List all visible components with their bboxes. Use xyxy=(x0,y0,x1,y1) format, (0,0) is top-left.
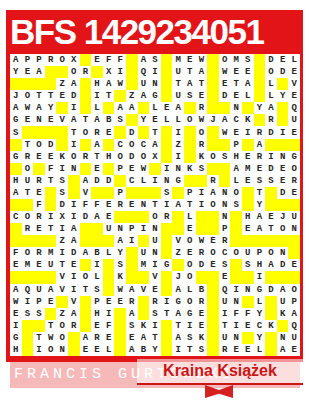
letter-cell: E xyxy=(242,223,254,235)
blank-cell xyxy=(288,235,300,247)
blank-cell xyxy=(277,235,289,247)
letter-cell: L xyxy=(91,271,103,283)
letter-cell: E xyxy=(91,320,103,332)
letter-cell: O xyxy=(22,211,34,223)
letter-cell: G xyxy=(10,114,22,126)
blank-cell xyxy=(219,139,231,151)
letter-cell: O xyxy=(33,139,45,151)
letter-cell: S xyxy=(219,259,231,271)
letter-cell: D xyxy=(277,187,289,199)
letter-cell: D xyxy=(68,90,80,102)
letter-cell: O xyxy=(22,247,34,259)
letter-cell: K xyxy=(196,332,208,344)
letter-cell: I xyxy=(68,199,80,211)
letter-cell: V xyxy=(288,78,300,90)
letter-cell: S xyxy=(126,320,138,332)
blank-cell xyxy=(103,187,115,199)
letter-cell: M xyxy=(172,54,184,66)
letter-cell: O xyxy=(230,247,242,259)
letter-cell: A xyxy=(126,344,138,356)
letter-cell: E xyxy=(33,187,45,199)
letter-cell: D xyxy=(68,247,80,259)
blank-cell xyxy=(254,114,266,126)
letter-cell: E xyxy=(288,187,300,199)
blank-cell xyxy=(126,187,138,199)
letter-cell: V xyxy=(80,187,92,199)
letter-cell: S xyxy=(161,187,173,199)
letter-cell: P xyxy=(184,187,196,199)
letter-cell: R xyxy=(196,296,208,308)
letter-cell: X xyxy=(149,151,161,163)
blank-cell xyxy=(265,235,277,247)
letter-cell: Z xyxy=(172,139,184,151)
letter-cell: E xyxy=(126,332,138,344)
blank-cell xyxy=(33,78,45,90)
letter-cell: F xyxy=(103,320,115,332)
letter-cell: T xyxy=(161,308,173,320)
letter-cell: I xyxy=(242,126,254,138)
letter-cell: S xyxy=(230,199,242,211)
letter-cell: A xyxy=(172,284,184,296)
letter-cell: I xyxy=(161,199,173,211)
letter-cell: E xyxy=(10,259,22,271)
blank-cell xyxy=(207,211,219,223)
blank-cell xyxy=(265,187,277,199)
blank-cell xyxy=(161,271,173,283)
letter-cell: L xyxy=(254,344,266,356)
blank-cell xyxy=(277,139,289,151)
letter-cell: L xyxy=(149,102,161,114)
blank-cell xyxy=(56,126,68,138)
blank-cell xyxy=(80,235,92,247)
blank-cell xyxy=(114,175,126,187)
letter-cell: L xyxy=(103,247,115,259)
letter-cell: I xyxy=(68,102,80,114)
letter-cell: H xyxy=(230,151,242,163)
blank-cell xyxy=(45,271,57,283)
letter-cell: E xyxy=(265,211,277,223)
blank-cell xyxy=(45,308,57,320)
letter-cell: N xyxy=(230,102,242,114)
letter-cell: M xyxy=(22,259,34,271)
letter-cell: E xyxy=(126,163,138,175)
blank-cell xyxy=(172,211,184,223)
blank-cell xyxy=(254,66,266,78)
letter-cell: T xyxy=(45,223,57,235)
letter-cell: O xyxy=(277,223,289,235)
letter-cell: A xyxy=(172,102,184,114)
letter-cell: S xyxy=(91,284,103,296)
blank-cell xyxy=(277,271,289,283)
letter-cell: N xyxy=(33,114,45,126)
blank-cell xyxy=(126,247,138,259)
blank-cell xyxy=(207,284,219,296)
letter-cell: S xyxy=(196,163,208,175)
letter-cell: E xyxy=(149,114,161,126)
letter-cell: Y xyxy=(254,332,266,344)
blank-cell xyxy=(33,235,45,247)
letter-cell: E xyxy=(45,296,57,308)
blank-cell xyxy=(114,211,126,223)
letter-cell: T xyxy=(45,175,57,187)
letter-cell: S xyxy=(184,90,196,102)
letter-cell: O xyxy=(68,66,80,78)
blank-cell xyxy=(219,175,231,187)
letter-cell: E xyxy=(184,54,196,66)
letter-cell: N xyxy=(230,332,242,344)
letter-cell: D xyxy=(91,175,103,187)
letter-cell: Y xyxy=(45,102,57,114)
blank-cell xyxy=(230,271,242,283)
letter-cell: A xyxy=(126,284,138,296)
letter-cell: U xyxy=(288,114,300,126)
letter-cell: I xyxy=(103,308,115,320)
blank-cell xyxy=(254,90,266,102)
blank-cell xyxy=(103,102,115,114)
letter-cell: R xyxy=(22,151,34,163)
letter-cell: U xyxy=(288,332,300,344)
letter-cell: N xyxy=(288,223,300,235)
letter-cell: A xyxy=(254,223,266,235)
blank-cell xyxy=(80,163,92,175)
letter-cell: S xyxy=(219,151,231,163)
blank-cell xyxy=(230,235,242,247)
letter-cell: E xyxy=(45,114,57,126)
letter-cell: X xyxy=(103,66,115,78)
letter-cell: R xyxy=(33,175,45,187)
letter-cell: D xyxy=(277,259,289,271)
letter-cell: I xyxy=(56,223,68,235)
blank-cell xyxy=(242,139,254,151)
blank-cell xyxy=(265,308,277,320)
blank-cell xyxy=(161,247,173,259)
letter-cell: E xyxy=(161,102,173,114)
letter-cell: I xyxy=(230,284,242,296)
letter-cell: T xyxy=(68,126,80,138)
letter-cell: D xyxy=(45,139,57,151)
blank-cell xyxy=(196,223,208,235)
blank-cell xyxy=(161,284,173,296)
letter-cell: T xyxy=(149,332,161,344)
blank-cell xyxy=(68,344,80,356)
blank-cell xyxy=(161,235,173,247)
letter-cell: S xyxy=(114,259,126,271)
letter-cell: L xyxy=(265,78,277,90)
letter-cell: Q xyxy=(22,284,34,296)
letter-cell: R xyxy=(149,296,161,308)
letter-cell: R xyxy=(33,211,45,223)
letter-cell: O xyxy=(184,114,196,126)
letter-cell: T xyxy=(254,187,266,199)
blank-cell xyxy=(265,344,277,356)
letter-cell: C xyxy=(230,114,242,126)
letter-cell: A xyxy=(265,102,277,114)
letter-cell: P xyxy=(230,139,242,151)
letter-cell: Q xyxy=(288,102,300,114)
blank-cell xyxy=(80,78,92,90)
letter-cell: L xyxy=(172,114,184,126)
letter-cell: G xyxy=(149,90,161,102)
letter-cell: K xyxy=(242,114,254,126)
letter-cell: E xyxy=(288,126,300,138)
blank-cell xyxy=(207,54,219,66)
blank-cell xyxy=(114,308,126,320)
letter-cell: E xyxy=(242,66,254,78)
letter-cell: R xyxy=(33,247,45,259)
blank-cell xyxy=(277,78,289,90)
letter-cell: Y xyxy=(10,66,22,78)
letter-cell: N xyxy=(149,223,161,235)
blank-cell xyxy=(161,332,173,344)
blank-cell xyxy=(161,90,173,102)
letter-cell: E xyxy=(288,259,300,271)
letter-cell: R xyxy=(91,126,103,138)
letter-cell: T xyxy=(80,284,92,296)
letter-cell: I xyxy=(33,344,45,356)
letter-cell: O xyxy=(184,235,196,247)
letter-cell: U xyxy=(172,66,184,78)
blank-cell xyxy=(149,187,161,199)
blank-cell xyxy=(265,296,277,308)
letter-cell: E xyxy=(288,66,300,78)
letter-cell: U xyxy=(172,90,184,102)
letter-cell: L xyxy=(103,344,115,356)
blank-cell xyxy=(80,102,92,114)
letter-cell: A xyxy=(91,211,103,223)
letter-cell: R xyxy=(161,211,173,223)
letter-cell: M xyxy=(138,259,150,271)
letter-cell: W xyxy=(196,54,208,66)
letter-cell: K xyxy=(184,163,196,175)
letter-cell: U xyxy=(33,284,45,296)
letter-cell: P xyxy=(91,296,103,308)
letter-cell: D xyxy=(265,54,277,66)
blank-cell xyxy=(103,259,115,271)
blank-cell xyxy=(207,271,219,283)
letter-cell: O xyxy=(80,126,92,138)
letter-cell: I xyxy=(149,320,161,332)
letter-cell: L xyxy=(91,102,103,114)
letter-cell: Q xyxy=(288,320,300,332)
blank-cell xyxy=(172,187,184,199)
letter-cell: E xyxy=(242,151,254,163)
blank-cell xyxy=(10,199,22,211)
blank-cell xyxy=(91,66,103,78)
letter-cell: A xyxy=(138,90,150,102)
page-title: BFS 1429234051 xyxy=(10,9,303,54)
letter-cell: L xyxy=(184,211,196,223)
letter-cell: D xyxy=(219,90,231,102)
letter-cell: E xyxy=(33,223,45,235)
blank-cell xyxy=(126,54,138,66)
letter-cell: I xyxy=(114,66,126,78)
letter-cell: Q xyxy=(219,284,231,296)
blank-cell xyxy=(207,78,219,90)
blank-cell xyxy=(242,332,254,344)
letter-cell: I xyxy=(230,320,242,332)
letter-cell: J xyxy=(10,90,22,102)
blank-cell xyxy=(242,102,254,114)
letter-cell: F xyxy=(45,163,57,175)
blank-cell xyxy=(138,102,150,114)
blank-cell xyxy=(126,114,138,126)
letter-cell: I xyxy=(68,139,80,151)
letter-cell: W xyxy=(138,163,150,175)
blank-cell xyxy=(161,66,173,78)
letter-cell: J xyxy=(277,211,289,223)
blank-cell xyxy=(288,247,300,259)
blank-cell xyxy=(10,223,22,235)
blank-cell xyxy=(149,163,161,175)
letter-cell: T xyxy=(172,78,184,90)
puzzle-grid: APPROXEFFASMEWOMSDELYEAORXIQIUTAWEEODEZA… xyxy=(10,54,300,356)
letter-cell: R xyxy=(219,235,231,247)
letter-cell: S xyxy=(149,54,161,66)
letter-cell: A xyxy=(242,78,254,90)
letter-cell: W xyxy=(114,284,126,296)
blank-cell xyxy=(138,271,150,283)
letter-cell: B xyxy=(103,114,115,126)
blank-cell xyxy=(138,296,150,308)
letter-cell: W xyxy=(10,296,22,308)
letter-cell: T xyxy=(184,344,196,356)
letter-cell: E xyxy=(126,199,138,211)
letter-cell: T xyxy=(22,187,34,199)
letter-cell: R xyxy=(265,114,277,126)
blank-cell xyxy=(196,211,208,223)
blank-cell xyxy=(33,271,45,283)
letter-cell: R xyxy=(126,296,138,308)
blank-cell xyxy=(230,223,242,235)
letter-cell: I xyxy=(196,199,208,211)
letter-cell: E xyxy=(219,271,231,283)
blank-cell xyxy=(242,235,254,247)
letter-cell: Y xyxy=(254,308,266,320)
letter-cell: S xyxy=(196,344,208,356)
letter-cell: T xyxy=(219,320,231,332)
letter-cell: A xyxy=(230,163,242,175)
letter-cell: A xyxy=(207,187,219,199)
letter-cell: R xyxy=(219,344,231,356)
letter-cell: B xyxy=(91,247,103,259)
blank-cell xyxy=(114,126,126,138)
letter-cell: T xyxy=(184,199,196,211)
letter-cell: E xyxy=(230,344,242,356)
letter-cell: V xyxy=(56,284,68,296)
letter-cell: A xyxy=(10,102,22,114)
letter-cell: I xyxy=(149,259,161,271)
letter-cell: J xyxy=(172,271,184,283)
letter-cell: I xyxy=(265,151,277,163)
letter-cell: C xyxy=(126,175,138,187)
letter-cell: S xyxy=(114,114,126,126)
letter-cell: E xyxy=(230,90,242,102)
letter-cell: O xyxy=(288,284,300,296)
letter-cell: U xyxy=(219,332,231,344)
letter-cell: G xyxy=(254,284,266,296)
letter-cell: Y xyxy=(277,90,289,102)
letter-cell: V xyxy=(172,235,184,247)
letter-cell: P xyxy=(114,187,126,199)
blank-cell xyxy=(45,187,57,199)
blank-cell xyxy=(207,102,219,114)
blank-cell xyxy=(207,223,219,235)
blank-cell xyxy=(80,54,92,66)
letter-cell: S xyxy=(242,54,254,66)
letter-cell: A xyxy=(172,308,184,320)
letter-cell: K xyxy=(196,151,208,163)
letter-cell: I xyxy=(126,235,138,247)
letter-cell: I xyxy=(91,90,103,102)
letter-cell: U xyxy=(138,247,150,259)
letter-cell: U xyxy=(242,247,254,259)
letter-cell: P xyxy=(33,54,45,66)
blank-cell xyxy=(277,320,289,332)
letter-cell: T xyxy=(33,332,45,344)
letter-cell: O xyxy=(196,126,208,138)
letter-cell: A xyxy=(126,308,138,320)
blank-cell xyxy=(114,320,126,332)
letter-cell: J xyxy=(207,114,219,126)
letter-cell: I xyxy=(149,66,161,78)
blank-cell xyxy=(80,296,92,308)
letter-cell: G xyxy=(184,308,196,320)
blank-cell xyxy=(242,296,254,308)
letter-cell: V xyxy=(149,271,161,283)
letter-cell: W xyxy=(45,332,57,344)
blank-cell xyxy=(33,163,45,175)
letter-cell: N xyxy=(172,163,184,175)
blank-cell xyxy=(56,296,68,308)
letter-cell: Y xyxy=(254,102,266,114)
letter-cell: A xyxy=(80,247,92,259)
letter-cell: R xyxy=(22,223,34,235)
letter-cell: S xyxy=(184,332,196,344)
letter-cell: E xyxy=(230,126,242,138)
letter-cell: A xyxy=(103,78,115,90)
letter-cell: A xyxy=(80,332,92,344)
letter-cell: I xyxy=(172,344,184,356)
letter-cell: I xyxy=(161,163,173,175)
blank-cell xyxy=(161,139,173,151)
letter-cell: S xyxy=(10,126,22,138)
letter-cell: A xyxy=(68,308,80,320)
letter-cell: E xyxy=(22,66,34,78)
letter-cell: I xyxy=(254,271,266,283)
letter-cell: C xyxy=(10,211,22,223)
letter-cell: N xyxy=(230,296,242,308)
letter-cell: H xyxy=(91,78,103,90)
letter-cell: X xyxy=(56,211,68,223)
letter-cell: A xyxy=(149,139,161,151)
letter-cell: A xyxy=(277,284,289,296)
letter-cell: T xyxy=(184,66,196,78)
letter-cell: A xyxy=(184,78,196,90)
letter-cell: I xyxy=(277,126,289,138)
letter-cell: A xyxy=(138,332,150,344)
blank-cell xyxy=(56,102,68,114)
blank-cell xyxy=(103,284,115,296)
letter-cell: A xyxy=(10,187,22,199)
blank-cell xyxy=(207,332,219,344)
blank-cell xyxy=(10,235,22,247)
letter-cell: N xyxy=(138,199,150,211)
blank-cell xyxy=(219,163,231,175)
letter-cell: Q xyxy=(138,66,150,78)
blank-cell xyxy=(91,235,103,247)
letter-cell: A xyxy=(114,102,126,114)
letter-cell: S xyxy=(242,259,254,271)
